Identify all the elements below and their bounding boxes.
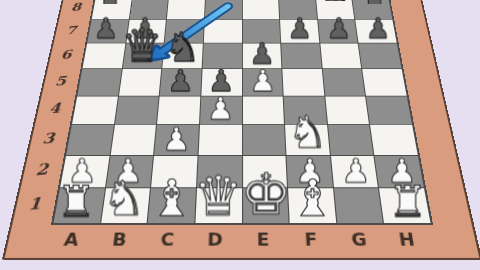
square-h7[interactable]: ♟ [356, 20, 397, 43]
square-b5[interactable] [119, 69, 162, 95]
square-d4[interactable]: ♟ [200, 96, 242, 124]
square-e8[interactable]: ♚ [242, 0, 279, 19]
square-c3[interactable]: ♟ [154, 125, 198, 155]
white-bishop-icon[interactable]: ♝ [290, 173, 335, 223]
square-b1[interactable]: ♞ [101, 189, 150, 223]
square-d1[interactable]: ♛ [195, 189, 241, 223]
black-pawn-icon[interactable]: ♟ [167, 66, 194, 96]
square-d3[interactable] [198, 125, 241, 155]
white-pawn-icon[interactable]: ♟ [162, 123, 190, 155]
square-h6[interactable] [359, 44, 402, 69]
chess-illustration: 87654321 ♜♝♚♝♞♜♟♟♟♟♟♛♞♟♟♟♟♟♟♞♟♟♟♟♟♜♞♝♛♚♝… [0, 0, 480, 270]
file-label-c: C [143, 225, 193, 253]
square-g2[interactable]: ♟ [331, 156, 379, 188]
black-queen-icon[interactable]: ♛ [121, 22, 162, 68]
white-pawn-icon[interactable]: ♟ [207, 93, 235, 124]
square-h4[interactable] [366, 96, 412, 124]
square-h5[interactable] [363, 69, 407, 95]
black-pawn-icon[interactable]: ♟ [326, 15, 351, 43]
square-c8[interactable]: ♝ [167, 0, 205, 19]
white-knight-icon[interactable]: ♞ [102, 175, 145, 223]
square-c5[interactable]: ♟ [160, 69, 202, 95]
square-g1[interactable] [334, 189, 383, 223]
square-e4[interactable] [242, 96, 284, 124]
chess-board[interactable]: ♜♝♚♝♞♜♟♟♟♟♟♛♞♟♟♟♟♟♟♞♟♟♟♟♟♜♞♝♛♚♝♜ [51, 0, 433, 225]
square-b6[interactable]: ♛ [123, 44, 164, 69]
square-f5[interactable] [283, 69, 325, 95]
file-label-e: E [240, 225, 289, 253]
file-label-a: A [45, 225, 98, 253]
square-g7[interactable]: ♟ [318, 20, 358, 43]
rank-label-1: 1 [15, 184, 54, 222]
square-g5[interactable] [323, 69, 366, 95]
square-a4[interactable] [72, 96, 118, 124]
file-label-h: H [381, 225, 433, 253]
white-bishop-icon[interactable]: ♝ [149, 173, 194, 223]
rank-label-6: 6 [50, 41, 82, 69]
file-label-b: B [94, 225, 145, 253]
white-king-icon[interactable]: ♚ [240, 166, 291, 223]
square-a5[interactable] [77, 69, 121, 95]
square-a6[interactable] [83, 44, 126, 69]
rank-label-3: 3 [30, 121, 66, 154]
board-frame: 87654321 ♜♝♚♝♞♜♟♟♟♟♟♛♞♟♟♟♟♟♟♞♟♟♟♟♟♜♞♝♛♚♝… [2, 0, 480, 260]
white-rook-icon[interactable]: ♜ [57, 180, 96, 223]
black-pawn-icon[interactable]: ♟ [365, 15, 390, 43]
square-d7[interactable] [204, 20, 242, 43]
square-g4[interactable] [325, 96, 369, 124]
square-f6[interactable] [281, 44, 321, 69]
file-label-g: G [334, 225, 385, 253]
square-b4[interactable] [115, 96, 159, 124]
file-label-d: D [191, 225, 240, 253]
rank-label-5: 5 [44, 66, 78, 95]
rank-label-7: 7 [55, 17, 86, 43]
white-pawn-icon[interactable]: ♟ [249, 66, 276, 96]
rank-label-8: 8 [61, 0, 91, 19]
white-knight-icon[interactable]: ♞ [288, 110, 328, 154]
black-king-icon[interactable]: ♚ [241, 0, 282, 19]
white-rook-icon[interactable]: ♜ [388, 180, 427, 223]
square-f1[interactable]: ♝ [288, 189, 336, 223]
black-pawn-icon[interactable]: ♟ [288, 15, 313, 43]
black-bishop-icon[interactable]: ♝ [168, 0, 204, 19]
square-h1[interactable]: ♜ [380, 189, 431, 223]
square-f7[interactable]: ♟ [280, 20, 319, 43]
square-e3[interactable] [243, 125, 286, 155]
rank-label-2: 2 [23, 152, 61, 188]
black-pawn-icon[interactable]: ♟ [94, 15, 119, 43]
square-g6[interactable] [320, 44, 361, 69]
file-label-f: F [287, 225, 337, 253]
white-pawn-icon[interactable]: ♟ [341, 155, 370, 188]
white-queen-icon[interactable]: ♛ [194, 168, 243, 223]
file-labels: ABCDEFGH [45, 225, 433, 253]
square-e5[interactable]: ♟ [242, 69, 282, 95]
square-c1[interactable]: ♝ [148, 189, 196, 223]
square-a1[interactable]: ♜ [54, 189, 105, 223]
square-e1[interactable]: ♚ [243, 189, 289, 223]
rank-label-4: 4 [37, 93, 72, 124]
square-d8[interactable] [205, 0, 242, 19]
